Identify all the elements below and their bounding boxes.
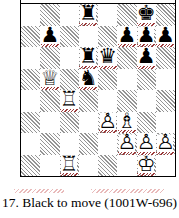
spellcheck-squiggle <box>137 173 155 176</box>
square-e3: ♙ <box>98 112 117 134</box>
square-d1 <box>79 155 98 177</box>
black-pawn: ♟ <box>117 25 136 46</box>
square-e6: ♛ <box>98 47 117 69</box>
square-h7: ♟ <box>156 26 175 48</box>
black-pawn: ♟ <box>40 25 59 46</box>
square-a1 <box>21 155 40 177</box>
black-pawn: ♟ <box>137 46 156 67</box>
square-b7: ♟ <box>40 26 59 48</box>
underline-artifact-right <box>91 189 164 193</box>
white-rook: ♖ <box>60 89 79 110</box>
chess-diagram-page: ♜♚♟♟♟♟♜♛♟♕♞♖♙♗♙♙♙♖♔ 17. Black to move (1… <box>0 0 179 218</box>
white-pawn: ♙ <box>137 132 156 153</box>
black-queen: ♛ <box>98 46 117 67</box>
square-e1 <box>98 155 117 177</box>
square-c8 <box>60 4 79 26</box>
chess-board: ♜♚♟♟♟♟♜♛♟♕♞♖♙♗♙♙♙♖♔ <box>20 3 176 177</box>
white-king: ♔ <box>137 154 156 175</box>
square-g1: ♔ <box>137 155 156 177</box>
square-b1 <box>40 155 59 177</box>
square-g4 <box>137 90 156 112</box>
square-a6 <box>21 47 40 69</box>
board-grid: ♜♚♟♟♟♟♜♛♟♕♞♖♙♗♙♙♙♖♔ <box>21 4 175 176</box>
white-pawn: ♙ <box>98 111 117 132</box>
square-a7 <box>21 26 40 48</box>
square-d8: ♜ <box>79 4 98 26</box>
square-d2 <box>79 133 98 155</box>
square-g5 <box>137 69 156 91</box>
square-h4 <box>156 90 175 112</box>
square-d4 <box>79 90 98 112</box>
black-rook: ♜ <box>79 3 98 24</box>
white-pawn: ♙ <box>156 132 175 153</box>
square-f5 <box>117 69 136 91</box>
square-d3 <box>79 112 98 134</box>
square-a5 <box>21 69 40 91</box>
square-e5 <box>98 69 117 91</box>
square-c1: ♖ <box>60 155 79 177</box>
square-a2 <box>21 133 40 155</box>
square-c7 <box>60 26 79 48</box>
square-h6 <box>156 47 175 69</box>
white-pawn: ♙ <box>117 132 136 153</box>
black-rook: ♜ <box>79 46 98 67</box>
black-knight: ♞ <box>79 68 98 89</box>
black-king: ♚ <box>137 3 156 24</box>
square-b4 <box>40 90 59 112</box>
square-b2 <box>40 133 59 155</box>
white-queen: ♕ <box>40 68 59 89</box>
square-c6 <box>60 47 79 69</box>
white-bishop: ♗ <box>117 111 136 132</box>
square-h1 <box>156 155 175 177</box>
diagram-caption: 17. Black to move (1001W-696) <box>2 195 178 211</box>
square-c3 <box>60 112 79 134</box>
black-pawn: ♟ <box>156 25 175 46</box>
square-f2: ♙ <box>117 133 136 155</box>
square-e8 <box>98 4 117 26</box>
square-f6 <box>117 47 136 69</box>
square-a4 <box>21 90 40 112</box>
square-h5 <box>156 69 175 91</box>
white-rook: ♖ <box>60 154 79 175</box>
square-e2 <box>98 133 117 155</box>
square-f1 <box>117 155 136 177</box>
square-c4: ♖ <box>60 90 79 112</box>
square-d5: ♞ <box>79 69 98 91</box>
square-a3 <box>21 112 40 134</box>
square-b5: ♕ <box>40 69 59 91</box>
black-pawn: ♟ <box>137 25 156 46</box>
square-b3 <box>40 112 59 134</box>
square-f7: ♟ <box>117 26 136 48</box>
spellcheck-squiggle <box>60 173 78 176</box>
square-g6: ♟ <box>137 47 156 69</box>
underline-artifact-left <box>14 189 64 193</box>
square-a8 <box>21 4 40 26</box>
square-h2: ♙ <box>156 133 175 155</box>
